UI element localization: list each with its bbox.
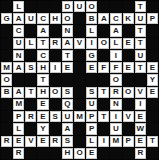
block-cell-r12c2: [25, 148, 36, 159]
letter-cell-r9c1[interactable]: P: [13, 111, 24, 122]
letter-cell-r5c5[interactable]: E: [62, 62, 73, 73]
letter-cell-r8c5[interactable]: Q: [62, 99, 73, 110]
letter-cell-r6c0[interactable]: O: [1, 74, 12, 85]
letter-cell-r11c8[interactable]: I: [98, 136, 109, 147]
letter-cell-r1c7[interactable]: B: [86, 13, 97, 24]
letter-cell-r9c7[interactable]: P: [86, 111, 97, 122]
letter-cell-r3c5[interactable]: A: [62, 38, 73, 49]
block-cell-r4c12: [147, 50, 158, 61]
letter-cell-r3c1[interactable]: U: [13, 38, 24, 49]
letter-cell-r10c9[interactable]: U: [110, 123, 121, 134]
block-cell-r8c6: [74, 99, 85, 110]
letter-cell-r1c3[interactable]: C: [37, 13, 48, 24]
block-cell-r6c8: [98, 74, 109, 85]
letter-cell-r4c3[interactable]: C: [37, 50, 48, 61]
letter-cell-r1c2[interactable]: U: [25, 13, 36, 24]
letter-cell-r3c7[interactable]: I: [86, 38, 97, 49]
letter-cell-r5c4[interactable]: I: [50, 62, 61, 73]
block-cell-r3c0: [1, 38, 12, 49]
letter-cell-r7c7[interactable]: S: [86, 87, 97, 98]
block-cell-r12c9: [110, 148, 121, 159]
letter-cell-r1c0[interactable]: G: [1, 13, 12, 24]
block-cell-r6c6: [74, 74, 85, 85]
letter-cell-r4c11[interactable]: U: [135, 50, 146, 61]
letter-cell-r9c2[interactable]: R: [25, 111, 36, 122]
letter-cell-r3c4[interactable]: R: [50, 38, 61, 49]
letter-cell-r9c6[interactable]: M: [74, 111, 85, 122]
letter-cell-r5c8[interactable]: F: [98, 62, 109, 73]
block-cell-r4c6: [74, 50, 85, 61]
letter-cell-r5c1[interactable]: A: [13, 62, 24, 73]
letter-cell-r0c5[interactable]: D: [62, 1, 73, 12]
letter-cell-r9c8[interactable]: T: [98, 111, 109, 122]
letter-cell-r12c5[interactable]: H: [62, 148, 73, 159]
letter-cell-r5c12[interactable]: E: [147, 62, 158, 73]
block-cell-r6c5: [62, 74, 73, 85]
letter-cell-r7c5[interactable]: S: [62, 87, 73, 98]
letter-cell-r10c7[interactable]: P: [86, 123, 97, 134]
letter-cell-r11c10[interactable]: P: [123, 136, 134, 147]
letter-cell-r5c10[interactable]: E: [123, 62, 134, 73]
letter-cell-r2c7[interactable]: L: [86, 25, 97, 36]
letter-cell-r11c3[interactable]: E: [37, 136, 48, 147]
letter-cell-r3c3[interactable]: T: [37, 38, 48, 49]
block-cell-r9c12: [147, 111, 158, 122]
letter-cell-r10c3[interactable]: Y: [37, 123, 48, 134]
block-cell-r7c6: [74, 87, 85, 98]
letter-cell-r3c8[interactable]: O: [98, 38, 109, 49]
letter-cell-r7c4[interactable]: O: [50, 87, 61, 98]
block-cell-r2c12: [147, 25, 158, 36]
letter-cell-r12c11[interactable]: R: [135, 148, 146, 159]
block-cell-r6c2: [25, 74, 36, 85]
block-cell-r4c10: [123, 50, 134, 61]
letter-cell-r1c4[interactable]: H: [50, 13, 61, 24]
letter-cell-r10c11[interactable]: W: [135, 123, 146, 134]
letter-cell-r1c8[interactable]: A: [98, 13, 109, 24]
block-cell-r4c0: [1, 50, 12, 61]
letter-cell-r0c11[interactable]: T: [135, 1, 146, 12]
block-cell-r6c7: [86, 74, 97, 85]
block-cell-r8c0: [1, 99, 12, 110]
letter-cell-r5c11[interactable]: T: [135, 62, 146, 73]
block-cell-r10c10: [123, 123, 134, 134]
block-cell-r4c8: [98, 50, 109, 61]
letter-cell-r11c11[interactable]: E: [135, 136, 146, 147]
block-cell-r8c4: [50, 99, 61, 110]
letter-cell-r5c0[interactable]: M: [1, 62, 12, 73]
block-cell-r2c10: [123, 25, 134, 36]
block-cell-r4c4: [50, 50, 61, 61]
letter-cell-r2c5[interactable]: N: [62, 25, 73, 36]
block-cell-r12c4: [50, 148, 61, 159]
block-cell-r1c6: [74, 13, 85, 24]
letter-cell-r1c11[interactable]: U: [135, 13, 146, 24]
letter-cell-r6c9[interactable]: O: [110, 74, 121, 85]
letter-cell-r7c1[interactable]: A: [13, 87, 24, 98]
letter-cell-r6c12[interactable]: Y: [147, 74, 158, 85]
letter-cell-r1c5[interactable]: O: [62, 13, 73, 24]
block-cell-r10c0: [1, 123, 12, 134]
letter-cell-r1c1[interactable]: A: [13, 13, 24, 24]
crossword-board: LDUOTGAUCHOBACKUPCANLATULTRAVIOLETNCTGIU…: [0, 0, 159, 160]
block-cell-r12c12: [147, 148, 158, 159]
block-cell-r2c6: [74, 25, 85, 36]
letter-cell-r5c9[interactable]: F: [110, 62, 121, 73]
letter-cell-r9c11[interactable]: E: [135, 111, 146, 122]
letter-cell-r12c7[interactable]: E: [86, 148, 97, 159]
block-cell-r4c2: [25, 50, 36, 61]
letter-cell-r0c1[interactable]: L: [13, 1, 24, 12]
block-cell-r10c2: [25, 123, 36, 134]
letter-cell-r11c5[interactable]: S: [62, 136, 73, 147]
block-cell-r9c0: [1, 111, 12, 122]
letter-cell-r5c3[interactable]: H: [37, 62, 48, 73]
letter-cell-r4c5[interactable]: T: [62, 50, 73, 61]
letter-cell-r1c12[interactable]: P: [147, 13, 158, 24]
letter-cell-r0c6[interactable]: U: [74, 1, 85, 12]
block-cell-r2c4: [50, 25, 61, 36]
letter-cell-r11c4[interactable]: R: [50, 136, 61, 147]
letter-cell-r9c4[interactable]: S: [50, 111, 61, 122]
letter-cell-r7c9[interactable]: R: [110, 87, 121, 98]
block-cell-r6c11: [135, 74, 146, 85]
letter-cell-r3c11[interactable]: T: [135, 38, 146, 49]
block-cell-r6c4: [50, 74, 61, 85]
letter-cell-r6c3[interactable]: T: [37, 74, 48, 85]
letter-cell-r10c5[interactable]: A: [62, 123, 73, 134]
block-cell-r8c8: [98, 99, 109, 110]
block-cell-r0c0: [1, 1, 12, 12]
block-cell-r12c3: [37, 148, 48, 159]
letter-cell-r2c3[interactable]: A: [37, 25, 48, 36]
block-cell-r12c10: [123, 148, 134, 159]
letter-cell-r12c1[interactable]: R: [13, 148, 24, 159]
letter-cell-r3c2[interactable]: L: [25, 38, 36, 49]
letter-cell-r11c7[interactable]: L: [86, 136, 97, 147]
letter-cell-r3c6[interactable]: V: [74, 38, 85, 49]
letter-cell-r8c1[interactable]: M: [13, 99, 24, 110]
block-cell-r2c2: [25, 25, 36, 36]
letter-cell-r9c9[interactable]: I: [110, 111, 121, 122]
letter-cell-r3c9[interactable]: L: [110, 38, 121, 49]
letter-cell-r4c9[interactable]: I: [110, 50, 121, 61]
letter-cell-r11c12[interactable]: T: [147, 136, 158, 147]
block-cell-r0c4: [50, 1, 61, 12]
block-cell-r6c10: [123, 74, 134, 85]
letter-cell-r4c7[interactable]: G: [86, 50, 97, 61]
letter-cell-r5c7[interactable]: E: [86, 62, 97, 73]
letter-cell-r1c10[interactable]: K: [123, 13, 134, 24]
block-cell-r12c8: [98, 148, 109, 159]
letter-cell-r9c3[interactable]: E: [37, 111, 48, 122]
block-cell-r10c6: [74, 123, 85, 134]
letter-cell-r1c9[interactable]: C: [110, 13, 121, 24]
block-cell-r2c0: [1, 25, 12, 36]
letter-cell-r3c10[interactable]: E: [123, 38, 134, 49]
letter-cell-r5c2[interactable]: S: [25, 62, 36, 73]
block-cell-r0c10: [123, 1, 134, 12]
letter-cell-r8c9[interactable]: N: [110, 99, 121, 110]
block-cell-r5c6: [74, 62, 85, 73]
letter-cell-r2c1[interactable]: C: [13, 25, 24, 36]
letter-cell-r11c1[interactable]: E: [13, 136, 24, 147]
letter-cell-r7c2[interactable]: T: [25, 87, 36, 98]
block-cell-r6c1: [13, 74, 24, 85]
letter-cell-r7c3[interactable]: H: [37, 87, 48, 98]
letter-cell-r11c9[interactable]: M: [110, 136, 121, 147]
letter-cell-r2c9[interactable]: A: [110, 25, 121, 36]
letter-cell-r8c11[interactable]: I: [135, 99, 146, 110]
letter-cell-r10c1[interactable]: L: [13, 123, 24, 134]
block-cell-r11c6: [74, 136, 85, 147]
block-cell-r0c8: [98, 1, 109, 12]
block-cell-r3c12: [147, 38, 158, 49]
block-cell-r10c8: [98, 123, 109, 134]
block-cell-r0c9: [110, 1, 121, 12]
letter-cell-r4c1[interactable]: N: [13, 50, 24, 61]
letter-cell-r9c5[interactable]: U: [62, 111, 73, 122]
block-cell-r8c10: [123, 99, 134, 110]
block-cell-r8c2: [25, 99, 36, 110]
letter-cell-r0c7[interactable]: O: [86, 1, 97, 12]
block-cell-r8c12: [147, 99, 158, 110]
letter-cell-r7c8[interactable]: T: [98, 87, 109, 98]
letter-cell-r9c10[interactable]: V: [123, 111, 134, 122]
letter-cell-r11c0[interactable]: R: [1, 136, 12, 147]
letter-cell-r7c0[interactable]: B: [1, 87, 12, 98]
letter-cell-r12c6[interactable]: O: [74, 148, 85, 159]
block-cell-r0c3: [37, 1, 48, 12]
letter-cell-r8c7[interactable]: U: [86, 99, 97, 110]
block-cell-r2c8: [98, 25, 109, 36]
letter-cell-r7c12[interactable]: E: [147, 87, 158, 98]
letter-cell-r8c3[interactable]: E: [37, 99, 48, 110]
letter-cell-r11c2[interactable]: V: [25, 136, 36, 147]
block-cell-r10c4: [50, 123, 61, 134]
letter-cell-r7c10[interactable]: O: [123, 87, 134, 98]
block-cell-r10c12: [147, 123, 158, 134]
block-cell-r0c2: [25, 1, 36, 12]
letter-cell-r7c11[interactable]: V: [135, 87, 146, 98]
block-cell-r12c0: [1, 148, 12, 159]
letter-cell-r2c11[interactable]: T: [135, 25, 146, 36]
block-cell-r0c12: [147, 1, 158, 12]
crossword-container: LDUOTGAUCHOBACKUPCANLATULTRAVIOLETNCTGIU…: [0, 0, 159, 160]
